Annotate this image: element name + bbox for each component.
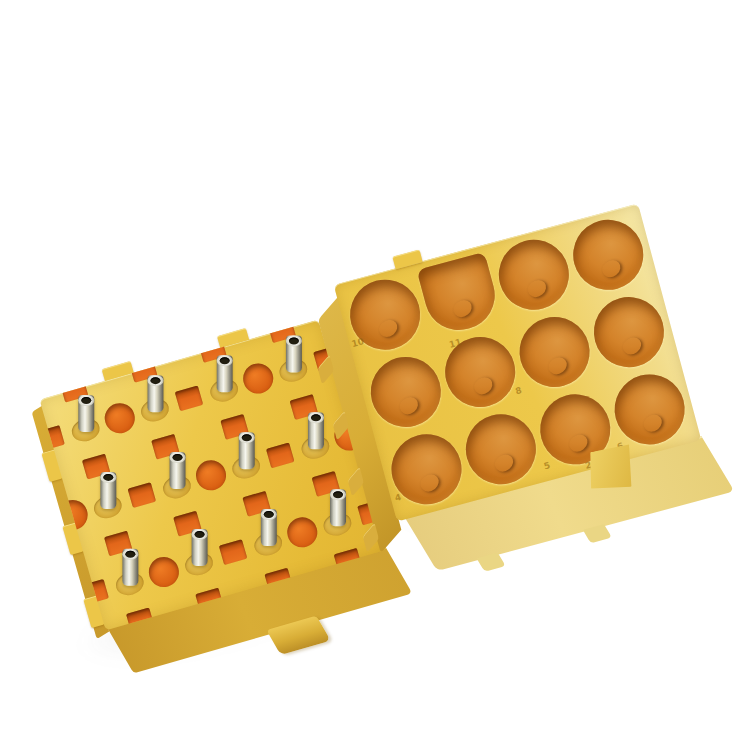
pin-shaft [100, 472, 116, 509]
socket-cavity [586, 289, 672, 375]
socket-contact [417, 471, 442, 495]
pin-hollow-icon [311, 414, 321, 421]
socket-contact [450, 296, 475, 320]
pin-shaft [217, 355, 233, 392]
cavity-number: 5 [543, 461, 551, 471]
contact-pin [170, 445, 186, 489]
contact-pin [122, 542, 138, 586]
socket-contact [492, 451, 517, 475]
contact-pin [330, 482, 346, 526]
product-photo: 101186542 [0, 0, 750, 750]
pin-hollow-icon [173, 454, 183, 461]
contact-pin [100, 465, 116, 509]
pin-hollow-icon [125, 551, 135, 558]
socket-contact [545, 353, 570, 377]
contact-pin [78, 388, 94, 432]
pin-tip [239, 432, 255, 443]
pin-tip [147, 375, 163, 386]
pin-hollow-icon [242, 434, 252, 441]
contact-pin [308, 405, 324, 449]
pin-hollow-icon [81, 397, 91, 404]
pin-hollow-icon [150, 377, 160, 384]
pin-shaft [239, 432, 255, 469]
pin-tip [261, 509, 277, 520]
socket-cavity [512, 309, 598, 395]
pin-shaft [170, 452, 186, 489]
pin-hollow-icon [220, 357, 230, 364]
socket-contact [620, 334, 645, 358]
socket-cavity [491, 232, 577, 318]
socket-contact [566, 431, 591, 455]
socket-cavity [607, 367, 693, 453]
pin-shaft [147, 375, 163, 412]
pin-tip [192, 529, 208, 540]
pin-shaft [192, 529, 208, 566]
pin-shaft [78, 395, 94, 432]
socket-contact [471, 373, 496, 397]
pin-hollow-icon [289, 337, 299, 344]
socket-contact [376, 316, 401, 340]
pin-hollow-icon [195, 531, 205, 538]
socket-cavity [565, 212, 651, 298]
socket-cavity [417, 252, 503, 338]
cavity-number: 8 [514, 386, 522, 396]
socket-contact [397, 393, 422, 417]
contact-pin [261, 502, 277, 546]
mounting-foot [476, 553, 505, 572]
pin-tip [78, 395, 94, 406]
socket-contact [525, 276, 550, 300]
pin-tip [286, 335, 302, 346]
pin-shaft [122, 549, 138, 586]
contact-pin [192, 522, 208, 566]
pin-tip [330, 489, 346, 500]
pin-hollow-icon [333, 491, 343, 498]
pin-tip [308, 412, 324, 423]
cavity-number: 10 [351, 337, 365, 349]
mounting-foot [583, 524, 612, 543]
pin-tip [122, 549, 138, 560]
pin-tip [217, 355, 233, 366]
socket-contact [599, 256, 624, 280]
pin-shaft [330, 489, 346, 526]
pin-hollow-icon [103, 474, 113, 481]
pin-shaft [308, 412, 324, 449]
connector-socket-side: 101186542 [334, 203, 702, 521]
contact-pin [217, 348, 233, 392]
pin-shaft [286, 335, 302, 372]
pin-hollow-icon [264, 511, 274, 518]
pin-tip [100, 472, 116, 483]
socket-cavity [458, 406, 544, 492]
contact-pin [239, 425, 255, 469]
contact-pin [147, 368, 163, 412]
contact-pin [286, 328, 302, 372]
pin-shaft [261, 509, 277, 546]
socket-cavity [363, 349, 449, 435]
pin-tip [170, 452, 186, 463]
socket-contact [640, 411, 665, 435]
